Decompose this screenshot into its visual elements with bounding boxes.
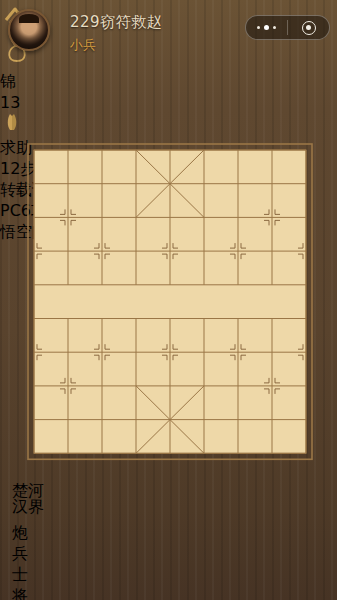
hint-bag-label: 锦 xyxy=(0,72,337,93)
piece-character: 兵 xyxy=(12,544,28,563)
miniprogram-capsule xyxy=(245,15,330,40)
puzzle-title: 229窃符救赵 xyxy=(70,13,162,32)
pieces-layer: 炮兵士将馬炮兵相車相卒帥卒 xyxy=(12,523,325,600)
piece-character: 将 xyxy=(12,586,28,600)
piece-character: 士 xyxy=(12,565,28,584)
piece-black-general[interactable]: 将 xyxy=(12,586,325,600)
close-button[interactable] xyxy=(288,16,329,39)
piece-character: 炮 xyxy=(12,523,28,542)
piece-red-soldier[interactable]: 兵 xyxy=(12,544,325,565)
circle-dot-icon xyxy=(302,21,316,35)
header: 229窃符救赵 小兵 xyxy=(0,0,337,64)
board-grid xyxy=(12,124,325,481)
more-options-button[interactable] xyxy=(246,16,287,39)
xiangqi-board[interactable]: 楚河 汉界 炮兵士将馬炮兵相車相卒帥卒 xyxy=(12,124,325,477)
ellipsis-icon xyxy=(273,26,276,29)
app-screen: 229窃符救赵 小兵 楚河 汉界 炮兵士将馬炮兵相車相卒帥卒 xyxy=(0,0,337,600)
hint-count-badge: 13 xyxy=(0,93,337,112)
ellipsis-icon xyxy=(257,26,260,29)
ellipsis-icon xyxy=(264,25,269,30)
player-avatar[interactable] xyxy=(8,9,50,51)
player-rank-label: 小兵 xyxy=(70,36,96,54)
piece-black-advisor[interactable]: 士 xyxy=(12,565,325,586)
